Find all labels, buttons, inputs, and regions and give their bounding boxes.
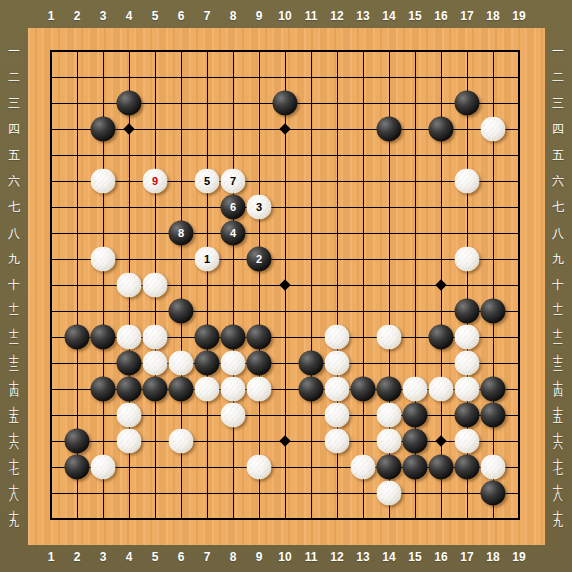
coordinate-label: 1 — [48, 551, 55, 563]
stone-white[interactable] — [429, 377, 454, 402]
stone-white[interactable] — [325, 429, 350, 454]
stone-black[interactable] — [91, 325, 116, 350]
stone-black[interactable] — [117, 91, 142, 116]
stone-white[interactable] — [455, 377, 480, 402]
stone-black[interactable] — [195, 351, 220, 376]
coordinate-label: 1 — [48, 10, 55, 22]
stone-black[interactable] — [299, 351, 324, 376]
stone-black[interactable] — [377, 455, 402, 480]
grid-line-vertical — [311, 50, 312, 520]
coordinate-label: 十九 — [9, 512, 19, 527]
coordinate-label: 10 — [278, 551, 291, 563]
coordinate-label: 14 — [382, 10, 395, 22]
coordinate-label: 3 — [100, 551, 107, 563]
coordinate-label: 16 — [434, 10, 447, 22]
stone-black[interactable] — [429, 117, 454, 142]
coordinate-label: 3 — [100, 10, 107, 22]
coordinate-label-part: 九 — [553, 519, 563, 526]
coordinate-label-part: 七 — [553, 467, 563, 474]
coordinate-label: 19 — [512, 10, 525, 22]
stone-white[interactable] — [117, 325, 142, 350]
coordinate-label: 14 — [382, 551, 395, 563]
coordinate-label: 十五 — [9, 408, 19, 423]
move-number-5: 5 — [204, 176, 210, 187]
stone-white[interactable] — [91, 169, 116, 194]
coordinate-label: 16 — [434, 551, 447, 563]
coordinate-label: 八 — [8, 227, 20, 239]
coordinate-label-part: 二 — [553, 337, 563, 344]
coordinate-label: 11 — [305, 551, 318, 563]
grid-line-vertical — [518, 50, 520, 520]
coordinate-label: 二 — [8, 71, 20, 83]
coordinate-label: 5 — [152, 551, 159, 563]
stone-white[interactable] — [169, 351, 194, 376]
coordinate-label-part: 五 — [9, 415, 19, 422]
coordinate-label: 9 — [256, 551, 263, 563]
coordinate-label: 十六 — [9, 434, 19, 449]
stone-white[interactable] — [221, 403, 246, 428]
grid-line-horizontal — [50, 493, 520, 494]
stone-white[interactable] — [195, 377, 220, 402]
stone-black[interactable] — [481, 377, 506, 402]
stone-white[interactable] — [117, 429, 142, 454]
stone-white[interactable] — [377, 403, 402, 428]
coordinate-label: 2 — [74, 551, 81, 563]
coordinate-label-part: 四 — [553, 389, 563, 396]
move-number-1: 1 — [204, 254, 210, 265]
stone-white[interactable] — [169, 429, 194, 454]
coordinate-label-part: 八 — [553, 493, 563, 500]
coordinate-label: 十 — [8, 279, 20, 291]
coordinate-label-part: 四 — [9, 389, 19, 396]
coordinate-label: 12 — [330, 10, 343, 22]
coordinate-label: 十八 — [9, 486, 19, 501]
coordinate-label-part: 六 — [9, 441, 19, 448]
stone-black[interactable] — [455, 299, 480, 324]
coordinate-label-part: 八 — [9, 493, 19, 500]
coordinate-label: 18 — [486, 551, 499, 563]
stone-black[interactable] — [299, 377, 324, 402]
stone-white[interactable]: 9 — [143, 169, 168, 194]
stone-white[interactable] — [117, 273, 142, 298]
coordinate-label: 一 — [552, 45, 564, 57]
coordinate-label-part: 二 — [9, 337, 19, 344]
coordinate-label: 17 — [460, 10, 473, 22]
coordinate-label: 四 — [552, 123, 564, 135]
coordinate-label: 19 — [512, 551, 525, 563]
stone-white[interactable]: 5 — [195, 169, 220, 194]
stone-white[interactable] — [455, 325, 480, 350]
coordinate-label: 十四 — [553, 382, 563, 397]
stone-white[interactable] — [377, 325, 402, 350]
stone-black[interactable] — [455, 91, 480, 116]
grid-line-horizontal — [50, 518, 520, 520]
coordinate-label: 八 — [552, 227, 564, 239]
stone-white[interactable] — [455, 247, 480, 272]
grid-lines: 957638412 — [51, 51, 519, 519]
stone-white[interactable] — [481, 117, 506, 142]
stone-black[interactable] — [117, 351, 142, 376]
coordinate-label: 13 — [356, 551, 369, 563]
coordinate-label: 6 — [178, 551, 185, 563]
stone-white[interactable] — [247, 455, 272, 480]
coordinate-label: 18 — [486, 10, 499, 22]
coordinate-label: 七 — [552, 201, 564, 213]
coordinate-label-part: 三 — [553, 363, 563, 370]
stone-black[interactable] — [403, 455, 428, 480]
coordinate-label: 十四 — [9, 382, 19, 397]
stone-black[interactable] — [195, 325, 220, 350]
star-point — [279, 435, 290, 446]
stone-white[interactable] — [325, 351, 350, 376]
coordinate-label: 二 — [552, 71, 564, 83]
stone-white[interactable] — [455, 351, 480, 376]
stone-black[interactable]: 2 — [247, 247, 272, 272]
stone-white[interactable] — [221, 377, 246, 402]
star-point — [279, 123, 290, 134]
stone-black[interactable] — [403, 429, 428, 454]
coordinate-label: 7 — [204, 10, 211, 22]
coordinate-label: 五 — [552, 149, 564, 161]
coordinate-label: 8 — [230, 10, 237, 22]
stone-white[interactable] — [377, 429, 402, 454]
stone-white[interactable] — [325, 325, 350, 350]
move-number-9: 9 — [152, 176, 158, 187]
coordinate-label: 4 — [126, 10, 133, 22]
go-board-frame: 12345678910111213141516171819 1234567891… — [0, 0, 572, 572]
coordinate-label-part: 三 — [9, 363, 19, 370]
stone-white[interactable] — [351, 455, 376, 480]
coordinate-label-part: 一 — [553, 311, 563, 318]
stone-white[interactable] — [91, 455, 116, 480]
move-number-4: 4 — [230, 228, 236, 239]
stone-black[interactable] — [351, 377, 376, 402]
coordinate-label: 5 — [152, 10, 159, 22]
star-point — [435, 279, 446, 290]
stone-black[interactable] — [247, 351, 272, 376]
coordinate-label: 12 — [330, 551, 343, 563]
move-number-2: 2 — [256, 254, 262, 265]
stone-white[interactable] — [325, 403, 350, 428]
move-number-7: 7 — [230, 176, 236, 187]
stone-black[interactable] — [455, 403, 480, 428]
stone-black[interactable]: 8 — [169, 221, 194, 246]
stone-black[interactable]: 4 — [221, 221, 246, 246]
stone-black[interactable] — [169, 377, 194, 402]
coordinate-label: 七 — [8, 201, 20, 213]
grid-line-horizontal — [50, 311, 520, 312]
move-number-6: 6 — [230, 202, 236, 213]
stone-black[interactable] — [429, 325, 454, 350]
star-point — [279, 279, 290, 290]
coordinate-label: 九 — [8, 253, 20, 265]
coordinate-label: 9 — [256, 10, 263, 22]
coordinate-label: 6 — [178, 10, 185, 22]
stone-black[interactable] — [65, 325, 90, 350]
stone-white[interactable] — [325, 377, 350, 402]
coordinate-label: 7 — [204, 551, 211, 563]
coordinate-label-part: 六 — [553, 441, 563, 448]
coordinate-label: 十三 — [9, 356, 19, 371]
stone-black[interactable] — [481, 403, 506, 428]
coordinate-label-part: 七 — [9, 467, 19, 474]
stone-black[interactable] — [377, 377, 402, 402]
coordinate-label: 十一 — [553, 304, 563, 319]
coordinate-label: 十二 — [553, 330, 563, 345]
stone-black[interactable] — [143, 377, 168, 402]
stone-white[interactable] — [117, 403, 142, 428]
coordinate-label: 15 — [408, 551, 421, 563]
coordinate-label: 十七 — [9, 460, 19, 475]
star-point — [123, 123, 134, 134]
stone-black[interactable] — [91, 117, 116, 142]
coordinate-label: 13 — [356, 10, 369, 22]
stone-black[interactable] — [65, 455, 90, 480]
star-point — [435, 435, 446, 446]
stone-black[interactable] — [247, 325, 272, 350]
coordinate-label: 十七 — [553, 460, 563, 475]
stone-black[interactable] — [481, 481, 506, 506]
stone-white[interactable] — [143, 351, 168, 376]
coordinate-label: 4 — [126, 551, 133, 563]
move-number-8: 8 — [178, 228, 184, 239]
coordinate-label: 三 — [552, 97, 564, 109]
coordinate-label: 五 — [8, 149, 20, 161]
stone-white[interactable] — [143, 273, 168, 298]
stone-white[interactable] — [91, 247, 116, 272]
stone-white[interactable]: 1 — [195, 247, 220, 272]
coordinate-label-part: 五 — [553, 415, 563, 422]
stone-white[interactable]: 3 — [247, 195, 272, 220]
coordinate-label: 九 — [552, 253, 564, 265]
stone-black[interactable] — [91, 377, 116, 402]
stone-black[interactable] — [377, 117, 402, 142]
stone-white[interactable] — [403, 377, 428, 402]
stone-black[interactable]: 6 — [221, 195, 246, 220]
stone-black[interactable] — [273, 91, 298, 116]
coordinate-label: 十八 — [553, 486, 563, 501]
stone-black[interactable] — [403, 403, 428, 428]
stone-black[interactable] — [117, 377, 142, 402]
coordinate-label: 十二 — [9, 330, 19, 345]
stone-white[interactable] — [455, 429, 480, 454]
coordinate-label: 10 — [278, 10, 291, 22]
stone-black[interactable] — [455, 455, 480, 480]
stone-black[interactable] — [221, 325, 246, 350]
grid-line-vertical — [363, 50, 364, 520]
move-number-3: 3 — [256, 202, 262, 213]
stone-white[interactable] — [455, 169, 480, 194]
coordinate-label: 十 — [552, 279, 564, 291]
coordinate-label: 11 — [305, 10, 318, 22]
coordinate-label: 四 — [8, 123, 20, 135]
stone-white[interactable] — [247, 377, 272, 402]
coordinate-label: 十一 — [9, 304, 19, 319]
stone-white[interactable] — [221, 351, 246, 376]
coordinate-label: 十五 — [553, 408, 563, 423]
coordinate-label-part: 一 — [9, 311, 19, 318]
coordinate-label: 17 — [460, 551, 473, 563]
stone-white[interactable] — [377, 481, 402, 506]
coordinate-label: 一 — [8, 45, 20, 57]
coordinate-label: 15 — [408, 10, 421, 22]
coordinate-label: 三 — [8, 97, 20, 109]
coordinate-label: 十六 — [553, 434, 563, 449]
coordinate-label: 十九 — [553, 512, 563, 527]
stone-black[interactable] — [65, 429, 90, 454]
stone-black[interactable] — [481, 299, 506, 324]
stone-black[interactable] — [429, 455, 454, 480]
coordinate-label: 六 — [8, 175, 20, 187]
stone-black[interactable] — [169, 299, 194, 324]
coordinate-label: 8 — [230, 551, 237, 563]
stone-white[interactable] — [143, 325, 168, 350]
stone-white[interactable]: 7 — [221, 169, 246, 194]
stone-white[interactable] — [481, 455, 506, 480]
coordinate-label: 2 — [74, 10, 81, 22]
go-board[interactable]: 957638412 — [28, 28, 545, 545]
coordinate-label: 六 — [552, 175, 564, 187]
coordinate-label-part: 九 — [9, 519, 19, 526]
coordinate-label: 十三 — [553, 356, 563, 371]
